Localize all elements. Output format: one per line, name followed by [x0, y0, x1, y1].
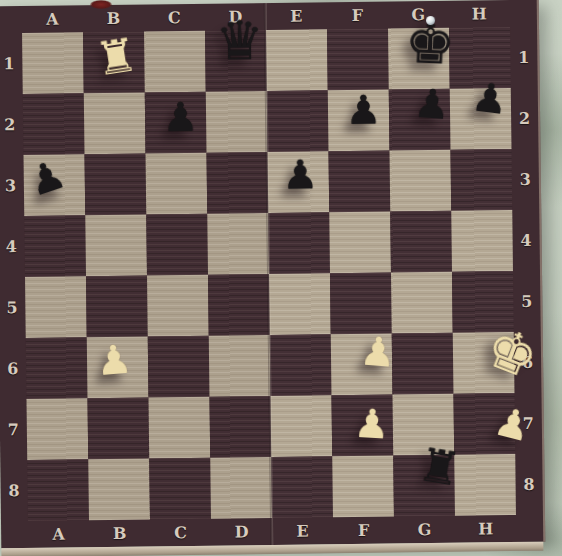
piece-black-pawn-F2[interactable]: ♟ [345, 89, 381, 129]
file-label-C: C [168, 10, 181, 26]
rank-label-5: 5 [521, 293, 532, 309]
file-label-F: F [358, 522, 370, 538]
rank-label-2: 2 [4, 117, 15, 133]
file-label-F: F [352, 7, 364, 23]
piece-black-pawn-E3[interactable]: ♟ [282, 154, 318, 194]
piece-black-pawn-H2[interactable]: ♟ [469, 76, 510, 120]
file-label-G: G [418, 522, 432, 538]
file-label-B: B [113, 525, 127, 541]
piece-black-pawn-C2[interactable]: ♟ [162, 96, 198, 136]
piece-black-queen-D1[interactable]: ♛ [215, 14, 264, 69]
file-label-B: B [107, 10, 121, 26]
rank-label-7: 7 [8, 422, 19, 438]
piece-black-pawn-G2[interactable]: ♟ [412, 82, 451, 125]
metallic-tip [425, 15, 434, 24]
rank-label-5: 5 [6, 300, 17, 316]
rank-label-4: 4 [520, 232, 531, 248]
photo-scene: ABCDEFGH ABCDEFGH 12345678 12345678 ♜♛♚♟… [0, 0, 562, 556]
chess-board: ABCDEFGH ABCDEFGH 12345678 12345678 ♜♛♚♟… [0, 0, 545, 548]
rank-label-4: 4 [5, 239, 16, 255]
rank-label-3: 3 [520, 171, 531, 187]
rank-label-8: 8 [523, 476, 534, 492]
small-red-object [90, 0, 112, 9]
piece-white-rook-B1[interactable]: ♜ [92, 31, 140, 83]
file-label-E: E [296, 523, 308, 539]
piece-black-king-G1[interactable]: ♚ [403, 15, 455, 73]
rank-label-2: 2 [519, 110, 530, 126]
rank-label-3: 3 [5, 178, 16, 194]
file-label-D: D [235, 524, 249, 540]
file-label-H: H [478, 521, 493, 537]
piece-black-rook-G8[interactable]: ♜ [415, 440, 463, 492]
rank-label-6: 6 [7, 361, 18, 377]
file-label-A: A [52, 526, 65, 542]
rank-label-1: 1 [518, 49, 529, 65]
piece-white-pawn-B6[interactable]: ♟ [94, 338, 133, 381]
file-label-E: E [290, 8, 302, 24]
file-label-A: A [46, 11, 59, 27]
rank-label-1: 1 [3, 56, 14, 72]
piece-white-pawn-F7[interactable]: ♟ [352, 402, 390, 444]
piece-black-pawn-A3[interactable]: ♟ [23, 153, 70, 202]
file-label-C: C [174, 525, 187, 541]
file-label-H: H [472, 6, 487, 22]
rank-label-8: 8 [8, 483, 19, 499]
pieces-layer: ♜♛♚♟♟♟♟♟♟♟♟♚♟♟♜ [22, 27, 516, 521]
piece-white-pawn-F6[interactable]: ♟ [358, 330, 397, 373]
